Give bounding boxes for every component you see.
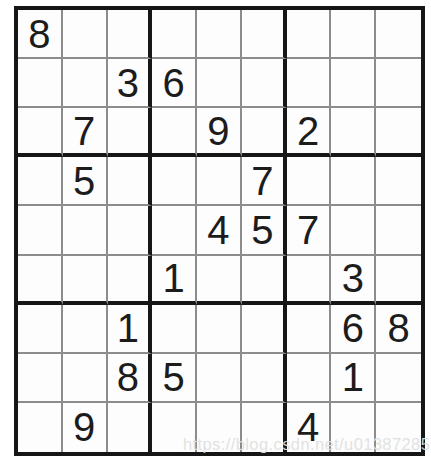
cell-r2c2[interactable] — [63, 59, 108, 108]
cell-r3c8[interactable] — [331, 108, 376, 157]
cell-r5c3[interactable] — [108, 206, 153, 255]
sudoku-page: 836792574571316885194 https://blog.csdn.… — [0, 0, 431, 462]
cell-r6c9[interactable] — [376, 256, 421, 305]
cell-r6c2[interactable] — [63, 256, 108, 305]
cell-r8c2[interactable] — [63, 354, 108, 403]
cell-r7c2[interactable] — [63, 305, 108, 354]
cell-r8c1[interactable] — [18, 354, 63, 403]
cell-r4c9[interactable] — [376, 157, 421, 206]
cell-r3c4[interactable] — [152, 108, 197, 157]
cell-r8c8[interactable]: 1 — [331, 354, 376, 403]
cell-r2c4[interactable]: 6 — [152, 59, 197, 108]
cell-r6c3[interactable] — [108, 256, 153, 305]
cell-r6c1[interactable] — [18, 256, 63, 305]
cell-r3c7[interactable]: 2 — [287, 108, 332, 157]
cell-r2c5[interactable] — [197, 59, 242, 108]
cell-r9c1[interactable] — [18, 403, 63, 452]
cell-r5c8[interactable] — [331, 206, 376, 255]
cell-r1c5[interactable] — [197, 10, 242, 59]
cell-r7c4[interactable] — [152, 305, 197, 354]
cell-r7c9[interactable]: 8 — [376, 305, 421, 354]
cell-r3c2[interactable]: 7 — [63, 108, 108, 157]
cell-r1c3[interactable] — [108, 10, 153, 59]
cell-r9c2[interactable]: 9 — [63, 403, 108, 452]
cell-r2c7[interactable] — [287, 59, 332, 108]
cell-r3c9[interactable] — [376, 108, 421, 157]
cell-r2c9[interactable] — [376, 59, 421, 108]
cell-r3c1[interactable] — [18, 108, 63, 157]
cell-r9c6[interactable] — [242, 403, 287, 452]
cell-r7c3[interactable]: 1 — [108, 305, 153, 354]
cell-r5c6[interactable]: 5 — [242, 206, 287, 255]
cell-r5c4[interactable] — [152, 206, 197, 255]
cell-r3c6[interactable] — [242, 108, 287, 157]
cell-r7c8[interactable]: 6 — [331, 305, 376, 354]
cell-r3c5[interactable]: 9 — [197, 108, 242, 157]
cell-r8c3[interactable]: 8 — [108, 354, 153, 403]
cell-r5c5[interactable]: 4 — [197, 206, 242, 255]
cell-r6c8[interactable]: 3 — [331, 256, 376, 305]
cell-r7c5[interactable] — [197, 305, 242, 354]
cell-r2c8[interactable] — [331, 59, 376, 108]
cell-r4c3[interactable] — [108, 157, 153, 206]
cell-r9c7[interactable]: 4 — [287, 403, 332, 452]
cell-r6c7[interactable] — [287, 256, 332, 305]
cell-r4c5[interactable] — [197, 157, 242, 206]
cell-r2c1[interactable] — [18, 59, 63, 108]
cell-r8c7[interactable] — [287, 354, 332, 403]
cell-r5c7[interactable]: 7 — [287, 206, 332, 255]
cell-r1c6[interactable] — [242, 10, 287, 59]
cell-r9c3[interactable] — [108, 403, 153, 452]
cell-r1c9[interactable] — [376, 10, 421, 59]
cell-r4c8[interactable] — [331, 157, 376, 206]
cell-r3c3[interactable] — [108, 108, 153, 157]
cell-r6c5[interactable] — [197, 256, 242, 305]
cell-r9c5[interactable] — [197, 403, 242, 452]
cell-r4c2[interactable]: 5 — [63, 157, 108, 206]
cell-r7c7[interactable] — [287, 305, 332, 354]
cell-r6c4[interactable]: 1 — [152, 256, 197, 305]
cell-r1c8[interactable] — [331, 10, 376, 59]
cell-r9c8[interactable] — [331, 403, 376, 452]
cell-r4c1[interactable] — [18, 157, 63, 206]
cell-r9c9[interactable] — [376, 403, 421, 452]
cell-r2c6[interactable] — [242, 59, 287, 108]
cell-r7c1[interactable] — [18, 305, 63, 354]
cell-r8c4[interactable]: 5 — [152, 354, 197, 403]
cell-r4c6[interactable]: 7 — [242, 157, 287, 206]
cell-r1c7[interactable] — [287, 10, 332, 59]
cell-r4c7[interactable] — [287, 157, 332, 206]
cell-r9c4[interactable] — [152, 403, 197, 452]
cell-r1c4[interactable] — [152, 10, 197, 59]
cell-r7c6[interactable] — [242, 305, 287, 354]
cell-r8c5[interactable] — [197, 354, 242, 403]
cell-r8c9[interactable] — [376, 354, 421, 403]
cell-r4c4[interactable] — [152, 157, 197, 206]
cell-r1c1[interactable]: 8 — [18, 10, 63, 59]
cell-r6c6[interactable] — [242, 256, 287, 305]
cell-r8c6[interactable] — [242, 354, 287, 403]
cell-r5c1[interactable] — [18, 206, 63, 255]
cell-r2c3[interactable]: 3 — [108, 59, 153, 108]
cell-r5c9[interactable] — [376, 206, 421, 255]
cell-r5c2[interactable] — [63, 206, 108, 255]
cell-r1c2[interactable] — [63, 10, 108, 59]
sudoku-board: 836792574571316885194 — [14, 6, 425, 456]
